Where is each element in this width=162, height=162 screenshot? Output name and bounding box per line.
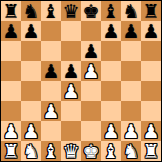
black-pawn-a7: ♟	[2, 21, 19, 41]
square-e8[interactable]: ♚	[81, 1, 101, 21]
white-rook-a1: ♜	[2, 141, 19, 161]
square-h5[interactable]	[141, 61, 161, 81]
square-f7[interactable]: ♟	[101, 21, 121, 41]
square-h4[interactable]	[141, 81, 161, 101]
white-pawn-c3: ♟	[42, 101, 59, 121]
square-a1[interactable]: ♜	[1, 141, 21, 161]
chess-board: ♜♞♝♛♚♝♞♜♟♟♟♟♟♟♟♟♟♟♟♟♟♟♟♟♜♞♝♛♚♝♞♜	[0, 0, 162, 162]
black-bishop-f8: ♝	[102, 1, 119, 21]
square-d2[interactable]	[61, 121, 81, 141]
square-e1[interactable]: ♚	[81, 141, 101, 161]
square-h2[interactable]: ♟	[141, 121, 161, 141]
square-d1[interactable]: ♛	[61, 141, 81, 161]
square-c2[interactable]	[41, 121, 61, 141]
square-c3[interactable]: ♟	[41, 101, 61, 121]
black-pawn-e6: ♟	[82, 41, 99, 61]
black-bishop-c8: ♝	[42, 1, 59, 21]
white-bishop-f1: ♝	[102, 141, 119, 161]
square-b5[interactable]	[21, 61, 41, 81]
square-a7[interactable]: ♟	[1, 21, 21, 41]
square-e7[interactable]	[81, 21, 101, 41]
square-b2[interactable]: ♟	[21, 121, 41, 141]
black-pawn-f7: ♟	[102, 21, 119, 41]
square-g6[interactable]	[121, 41, 141, 61]
white-pawn-d4: ♟	[62, 81, 79, 101]
square-g2[interactable]: ♟	[121, 121, 141, 141]
square-f2[interactable]: ♟	[101, 121, 121, 141]
black-pawn-b7: ♟	[22, 21, 39, 41]
square-h6[interactable]	[141, 41, 161, 61]
square-d5[interactable]: ♟	[61, 61, 81, 81]
square-f8[interactable]: ♝	[101, 1, 121, 21]
square-g3[interactable]	[121, 101, 141, 121]
square-g1[interactable]: ♞	[121, 141, 141, 161]
square-b7[interactable]: ♟	[21, 21, 41, 41]
square-h1[interactable]: ♜	[141, 141, 161, 161]
square-b8[interactable]: ♞	[21, 1, 41, 21]
white-knight-g1: ♞	[122, 141, 139, 161]
black-queen-d8: ♛	[62, 1, 79, 21]
square-a4[interactable]	[1, 81, 21, 101]
square-f6[interactable]	[101, 41, 121, 61]
square-d3[interactable]	[61, 101, 81, 121]
white-pawn-g2: ♟	[122, 121, 139, 141]
square-a2[interactable]: ♟	[1, 121, 21, 141]
square-g5[interactable]	[121, 61, 141, 81]
square-b3[interactable]	[21, 101, 41, 121]
black-pawn-d5: ♟	[62, 61, 79, 81]
square-d8[interactable]: ♛	[61, 1, 81, 21]
square-d6[interactable]	[61, 41, 81, 61]
white-queen-d1: ♛	[62, 141, 79, 161]
square-c8[interactable]: ♝	[41, 1, 61, 21]
white-pawn-h2: ♟	[142, 121, 159, 141]
black-knight-b8: ♞	[22, 1, 39, 21]
square-f5[interactable]	[101, 61, 121, 81]
square-c6[interactable]	[41, 41, 61, 61]
square-c1[interactable]: ♝	[41, 141, 61, 161]
square-e3[interactable]	[81, 101, 101, 121]
white-knight-b1: ♞	[22, 141, 39, 161]
square-e4[interactable]	[81, 81, 101, 101]
square-g4[interactable]	[121, 81, 141, 101]
black-rook-a8: ♜	[2, 1, 19, 21]
square-e6[interactable]: ♟	[81, 41, 101, 61]
square-h3[interactable]	[141, 101, 161, 121]
square-c7[interactable]	[41, 21, 61, 41]
square-a8[interactable]: ♜	[1, 1, 21, 21]
square-a6[interactable]	[1, 41, 21, 61]
square-f1[interactable]: ♝	[101, 141, 121, 161]
black-pawn-c5: ♟	[42, 61, 59, 81]
square-c4[interactable]	[41, 81, 61, 101]
square-h8[interactable]: ♜	[141, 1, 161, 21]
square-d4[interactable]: ♟	[61, 81, 81, 101]
white-pawn-e5: ♟	[82, 61, 99, 81]
square-f4[interactable]	[101, 81, 121, 101]
square-g7[interactable]: ♟	[121, 21, 141, 41]
white-pawn-f2: ♟	[102, 121, 119, 141]
square-b6[interactable]	[21, 41, 41, 61]
black-rook-h8: ♜	[142, 1, 159, 21]
square-a5[interactable]	[1, 61, 21, 81]
square-d7[interactable]	[61, 21, 81, 41]
square-b1[interactable]: ♞	[21, 141, 41, 161]
white-rook-h1: ♜	[142, 141, 159, 161]
square-c5[interactable]: ♟	[41, 61, 61, 81]
black-pawn-h7: ♟	[142, 21, 159, 41]
square-b4[interactable]	[21, 81, 41, 101]
white-king-e1: ♚	[82, 141, 99, 161]
square-a3[interactable]	[1, 101, 21, 121]
square-g8[interactable]: ♞	[121, 1, 141, 21]
black-king-e8: ♚	[82, 1, 99, 21]
square-h7[interactable]: ♟	[141, 21, 161, 41]
white-bishop-c1: ♝	[42, 141, 59, 161]
black-pawn-g7: ♟	[122, 21, 139, 41]
white-pawn-b2: ♟	[22, 121, 39, 141]
black-knight-g8: ♞	[122, 1, 139, 21]
square-e5[interactable]: ♟	[81, 61, 101, 81]
white-pawn-a2: ♟	[2, 121, 19, 141]
square-e2[interactable]	[81, 121, 101, 141]
square-f3[interactable]	[101, 101, 121, 121]
